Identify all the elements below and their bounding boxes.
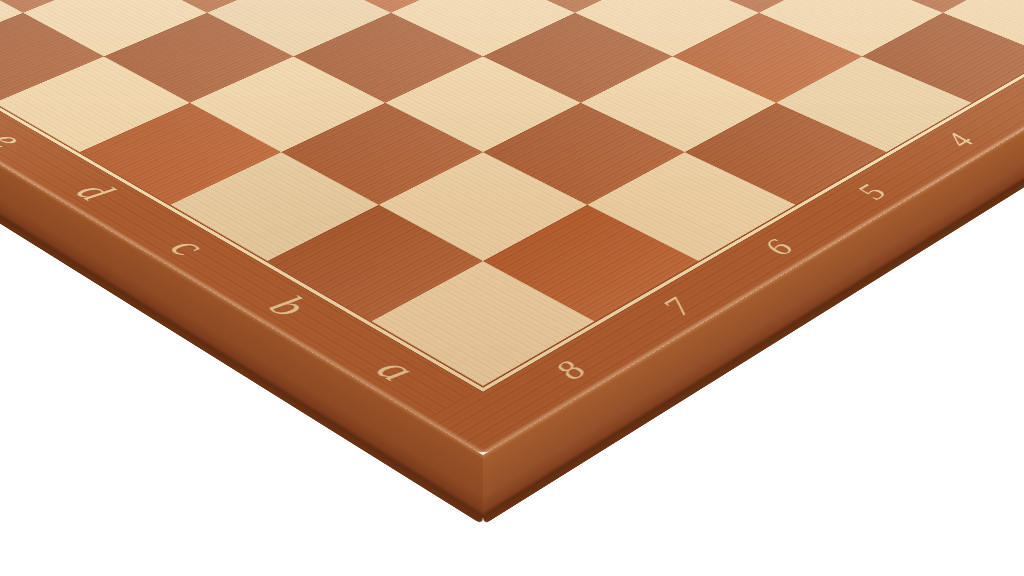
playfield <box>0 0 1024 386</box>
chessboard-product-photo: abcdefgh12345678 <box>0 0 1024 576</box>
chessboard: abcdefgh12345678 <box>0 0 1024 455</box>
